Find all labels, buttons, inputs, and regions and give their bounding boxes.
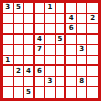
cell-r4c4[interactable]: 4 xyxy=(35,35,46,46)
cell-r9c7[interactable] xyxy=(66,87,77,98)
cell-r1c9[interactable] xyxy=(87,3,98,14)
cell-r5c6[interactable] xyxy=(56,45,67,56)
cell-r6c6[interactable] xyxy=(56,56,67,67)
cell-r4c7[interactable] xyxy=(66,35,77,46)
cell-r3c4[interactable] xyxy=(35,24,46,35)
cell-r8c4[interactable] xyxy=(35,77,46,88)
cell-r6c9[interactable] xyxy=(87,56,98,67)
cell-r7c2[interactable]: 2 xyxy=(14,66,25,77)
cell-r1c2[interactable]: 5 xyxy=(14,3,25,14)
cell-r4c5[interactable] xyxy=(45,35,56,46)
cell-r1c4[interactable] xyxy=(35,3,46,14)
cell-r2c8[interactable] xyxy=(77,14,88,25)
cell-r6c2[interactable] xyxy=(14,56,25,67)
cell-r2c3[interactable] xyxy=(24,14,35,25)
cell-r6c1[interactable]: 1 xyxy=(3,56,14,67)
cell-r9c4[interactable] xyxy=(35,87,46,98)
cell-r1c3[interactable] xyxy=(24,3,35,14)
cell-r6c3[interactable] xyxy=(24,56,35,67)
cell-r5c4[interactable]: 7 xyxy=(35,45,46,56)
cell-r6c4[interactable] xyxy=(35,56,46,67)
cell-r4c6[interactable]: 5 xyxy=(56,35,67,46)
cell-r1c8[interactable] xyxy=(77,3,88,14)
sudoku-board: 35142645731246385 xyxy=(0,0,101,101)
cell-r4c3[interactable] xyxy=(24,35,35,46)
cell-r3c6[interactable] xyxy=(56,24,67,35)
cell-r3c3[interactable] xyxy=(24,24,35,35)
cell-r3c9[interactable] xyxy=(87,24,98,35)
cell-r5c9[interactable] xyxy=(87,45,98,56)
cell-r9c8[interactable] xyxy=(77,87,88,98)
cell-r7c7[interactable] xyxy=(66,66,77,77)
cell-r2c2[interactable] xyxy=(14,14,25,25)
cell-r8c3[interactable] xyxy=(24,77,35,88)
cell-r6c8[interactable] xyxy=(77,56,88,67)
cell-r9c2[interactable] xyxy=(14,87,25,98)
cell-r1c1[interactable]: 3 xyxy=(3,3,14,14)
cell-r5c5[interactable] xyxy=(45,45,56,56)
cell-r7c6[interactable] xyxy=(56,66,67,77)
cell-r7c4[interactable]: 6 xyxy=(35,66,46,77)
cell-r2c4[interactable] xyxy=(35,14,46,25)
cell-r9c1[interactable] xyxy=(3,87,14,98)
cell-r1c5[interactable]: 1 xyxy=(45,3,56,14)
cell-r8c6[interactable] xyxy=(56,77,67,88)
cell-r8c1[interactable] xyxy=(3,77,14,88)
cell-r3c1[interactable] xyxy=(3,24,14,35)
cell-r7c5[interactable] xyxy=(45,66,56,77)
cell-r8c9[interactable] xyxy=(87,77,98,88)
cell-r7c8[interactable] xyxy=(77,66,88,77)
cell-r6c7[interactable] xyxy=(66,56,77,67)
cell-r3c8[interactable] xyxy=(77,24,88,35)
cell-r1c7[interactable] xyxy=(66,3,77,14)
cell-r4c2[interactable] xyxy=(14,35,25,46)
cell-r2c1[interactable] xyxy=(3,14,14,25)
cell-r3c7[interactable]: 6 xyxy=(66,24,77,35)
cell-r3c5[interactable] xyxy=(45,24,56,35)
cell-r6c5[interactable] xyxy=(45,56,56,67)
cell-r9c9[interactable] xyxy=(87,87,98,98)
cell-r9c6[interactable] xyxy=(56,87,67,98)
cell-r8c8[interactable]: 8 xyxy=(77,77,88,88)
cell-r2c5[interactable] xyxy=(45,14,56,25)
cell-r5c1[interactable] xyxy=(3,45,14,56)
cell-r5c2[interactable] xyxy=(14,45,25,56)
cell-r8c7[interactable] xyxy=(66,77,77,88)
cell-r8c5[interactable]: 3 xyxy=(45,77,56,88)
cell-r5c8[interactable]: 3 xyxy=(77,45,88,56)
cell-r4c8[interactable] xyxy=(77,35,88,46)
cell-r8c2[interactable] xyxy=(14,77,25,88)
cell-r7c9[interactable] xyxy=(87,66,98,77)
cell-r2c6[interactable] xyxy=(56,14,67,25)
cell-r5c3[interactable] xyxy=(24,45,35,56)
cell-r9c5[interactable] xyxy=(45,87,56,98)
cell-r4c1[interactable] xyxy=(3,35,14,46)
cell-r3c2[interactable] xyxy=(14,24,25,35)
cell-r5c7[interactable] xyxy=(66,45,77,56)
cell-r2c9[interactable]: 2 xyxy=(87,14,98,25)
cell-r9c3[interactable]: 5 xyxy=(24,87,35,98)
cell-r7c3[interactable]: 4 xyxy=(24,66,35,77)
cell-r1c6[interactable] xyxy=(56,3,67,14)
cell-r2c7[interactable]: 4 xyxy=(66,14,77,25)
cell-r4c9[interactable] xyxy=(87,35,98,46)
cell-r7c1[interactable] xyxy=(3,66,14,77)
